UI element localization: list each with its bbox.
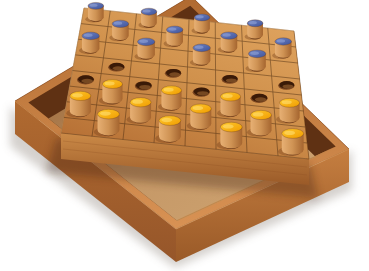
photo-canvas xyxy=(0,0,369,271)
cap-highlight xyxy=(90,4,98,7)
peg-blue-r0c4[interactable] xyxy=(191,14,209,34)
peg-yellow-r7c5[interactable] xyxy=(217,122,243,149)
cap-highlight xyxy=(196,15,204,18)
hole-inner-light xyxy=(255,97,267,101)
cap-highlight xyxy=(250,52,259,55)
cap-highlight xyxy=(277,39,285,42)
peg-blue-r0c6[interactable] xyxy=(245,20,263,40)
cap-highlight xyxy=(223,124,234,128)
hole-inner-light xyxy=(139,85,151,89)
peg-yellow-r6c2[interactable] xyxy=(126,98,151,124)
cap-highlight xyxy=(282,100,292,104)
peg-yellow-r5c5[interactable] xyxy=(217,92,241,117)
peg-blue-r2c6[interactable] xyxy=(245,50,265,72)
cap-highlight xyxy=(249,21,257,24)
peg-yellow-r6c6[interactable] xyxy=(247,110,272,136)
cap-highlight xyxy=(284,131,295,135)
peg-yellow-r5c1[interactable] xyxy=(99,80,123,105)
peg-blue-r0c0[interactable] xyxy=(85,2,103,22)
peg-yellow-r6c0[interactable] xyxy=(66,91,91,117)
peg-yellow-r7c3[interactable] xyxy=(155,116,181,143)
cap-highlight xyxy=(223,94,233,98)
wooden-checkers-photo xyxy=(0,0,369,271)
cap-highlight xyxy=(139,40,148,43)
cap-highlight xyxy=(164,88,174,92)
hole-inner-light xyxy=(81,79,93,83)
cap-highlight xyxy=(253,112,263,116)
peg-blue-r2c2[interactable] xyxy=(134,38,154,60)
cap-highlight xyxy=(100,111,111,115)
peg-yellow-r5c7[interactable] xyxy=(276,98,300,123)
peg-blue-r1c7[interactable] xyxy=(272,38,291,59)
peg-yellow-r6c4[interactable] xyxy=(187,104,212,130)
peg-blue-r1c3[interactable] xyxy=(164,26,183,47)
cap-highlight xyxy=(222,33,230,36)
cap-highlight xyxy=(132,100,142,104)
hole-inner-light xyxy=(169,72,180,76)
hole-inner-light xyxy=(282,85,293,89)
checkers-board xyxy=(61,2,309,185)
peg-blue-r1c5[interactable] xyxy=(218,32,237,53)
cap-highlight xyxy=(72,93,82,97)
cap-highlight xyxy=(195,46,204,49)
cap-highlight xyxy=(168,27,176,30)
cap-highlight xyxy=(143,10,151,13)
peg-blue-r2c4[interactable] xyxy=(190,44,210,66)
cap-highlight xyxy=(193,106,203,110)
cap-highlight xyxy=(161,118,172,122)
peg-blue-r0c2[interactable] xyxy=(138,8,156,28)
cap-highlight xyxy=(114,22,122,25)
peg-yellow-r7c7[interactable] xyxy=(278,129,304,156)
peg-yellow-r5c3[interactable] xyxy=(158,86,182,111)
hole-inner-light xyxy=(226,78,237,82)
cap-highlight xyxy=(84,34,93,37)
peg-yellow-r7c1[interactable] xyxy=(94,109,120,136)
hole-inner-light xyxy=(197,91,209,95)
peg-blue-r1c1[interactable] xyxy=(109,20,128,41)
peg-blue-r2c0[interactable] xyxy=(79,32,99,54)
cap-highlight xyxy=(105,81,115,85)
hole-inner-light xyxy=(113,66,124,70)
